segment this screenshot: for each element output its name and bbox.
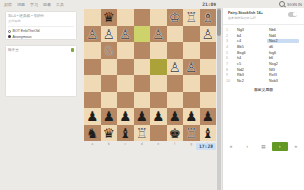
engine-header: Fairy-Stockfish 14+ 在本地浏览器中运行 xyxy=(228,11,286,20)
square-d8[interactable] xyxy=(134,9,151,26)
square-e6[interactable] xyxy=(150,42,167,59)
square-a8[interactable] xyxy=(84,9,101,26)
next-move-button[interactable]: › xyxy=(272,142,288,151)
game-meta-line2: 几分钟前 xyxy=(8,19,74,23)
engine-toggle[interactable] xyxy=(288,12,297,17)
square-f4[interactable] xyxy=(167,75,184,92)
white-pawn[interactable]: ♙ xyxy=(119,26,131,43)
file-label: b xyxy=(101,142,118,146)
divider xyxy=(223,24,304,25)
move-number: 3 xyxy=(226,39,235,43)
square-d2[interactable]: ♟ xyxy=(134,108,151,125)
square-e5[interactable] xyxy=(150,59,167,76)
chat-toggle[interactable] xyxy=(71,48,75,52)
square-c4[interactable] xyxy=(117,75,134,92)
white-move[interactable]: c4 xyxy=(235,39,267,43)
square-c3[interactable] xyxy=(117,92,134,109)
black-pawn[interactable]: ♟ xyxy=(202,108,214,125)
move-list: 1Ng3Nb62b4Nd43c4Nxc24Bb5d65Bxg6fxg66h4b6… xyxy=(226,27,302,84)
white-pawn[interactable]: ♙ xyxy=(103,26,115,43)
nav-item[interactable]: 工具 xyxy=(56,2,64,7)
black-move[interactable]: Nxb3 xyxy=(267,79,299,83)
move-row: 10Nc2Nxb3 xyxy=(226,78,302,84)
black-pawn[interactable]: ♟ xyxy=(169,108,181,125)
square-b6[interactable]: ♘ xyxy=(101,42,118,59)
black-pawn[interactable]: ♟ xyxy=(136,108,148,125)
square-a5[interactable] xyxy=(84,59,101,76)
white-move[interactable]: c5 xyxy=(235,62,267,66)
black-move[interactable]: b6 xyxy=(267,56,299,60)
black-bishop[interactable]: ♝ xyxy=(119,125,131,142)
black-move[interactable]: Nxg2 xyxy=(267,62,299,66)
nav-item[interactable]: 对弈 xyxy=(4,2,12,7)
white-king[interactable]: ♔ xyxy=(169,9,181,26)
black-move[interactable]: Nxc2 xyxy=(267,39,299,43)
top-nav: 对弈谜题学习观看工具 xyxy=(4,1,64,8)
white-pawn[interactable]: ♙ xyxy=(169,59,181,76)
square-e3[interactable] xyxy=(150,92,167,109)
square-f2[interactable]: ♟ xyxy=(167,108,184,125)
square-h3[interactable] xyxy=(200,92,217,109)
prev-move-button[interactable]: ‹ xyxy=(239,142,255,151)
square-g4[interactable] xyxy=(183,75,200,92)
square-g2[interactable]: ♟ xyxy=(183,108,200,125)
square-e8[interactable] xyxy=(150,9,167,26)
white-color-icon xyxy=(8,30,11,33)
white-move[interactable]: Nd2 xyxy=(235,68,267,72)
black-pawn[interactable]: ♟ xyxy=(119,108,131,125)
square-a1[interactable]: ♞ xyxy=(84,125,101,142)
move-number: 1 xyxy=(226,28,235,32)
square-d1[interactable]: ♖ xyxy=(134,125,151,142)
square-c5[interactable] xyxy=(117,59,134,76)
white-move[interactable]: Bb5 xyxy=(235,45,267,49)
square-g6[interactable] xyxy=(183,42,200,59)
game-info-card: 30+0 • 经典棋 • 非积分 几分钟前 BOT EnkiTheOld Ano… xyxy=(5,11,77,40)
search-icon[interactable] xyxy=(279,1,285,7)
square-f3[interactable] xyxy=(167,92,184,109)
square-h8[interactable]: ♗ xyxy=(200,9,217,26)
square-b8[interactable]: ♛ xyxy=(101,9,118,26)
replay-controls: «‹▤›» xyxy=(223,142,304,151)
player-black[interactable]: Anonymous xyxy=(8,34,74,40)
square-g7[interactable] xyxy=(183,26,200,43)
engine-toggle-knob xyxy=(293,12,297,16)
player-white-name[interactable]: BOT EnkiTheOld xyxy=(13,29,40,33)
white-rook[interactable]: ♖ xyxy=(136,125,148,142)
square-a4[interactable] xyxy=(84,75,101,92)
move-number: 5 xyxy=(226,51,235,55)
square-d6[interactable] xyxy=(134,42,151,59)
square-d5[interactable] xyxy=(134,59,151,76)
black-move[interactable]: Nf3 xyxy=(267,68,299,72)
black-pawn[interactable]: ♟ xyxy=(152,108,164,125)
white-move[interactable]: Rb3 xyxy=(235,73,267,77)
white-rook[interactable]: ♖ xyxy=(185,9,197,26)
move-row: 5Bxg6fxg6 xyxy=(226,50,302,56)
chat-title: 聊天室 xyxy=(8,48,19,52)
file-label: f xyxy=(167,142,184,146)
square-b4[interactable] xyxy=(101,75,118,92)
square-d7[interactable] xyxy=(134,26,151,43)
file-label: e xyxy=(150,142,167,146)
square-b1[interactable]: ♛ xyxy=(101,125,118,142)
black-queen[interactable]: ♛ xyxy=(103,9,115,26)
black-pawn[interactable]: ♟ xyxy=(86,108,98,125)
square-c6[interactable] xyxy=(117,42,134,59)
board-menu-button[interactable]: ▤ xyxy=(255,142,271,151)
white-move[interactable]: b4 xyxy=(235,34,267,38)
square-g5[interactable]: ♙ xyxy=(183,59,200,76)
black-move[interactable]: d6 xyxy=(267,45,299,49)
square-c2[interactable]: ♟ xyxy=(117,108,134,125)
file-label: c xyxy=(117,142,134,146)
black-move[interactable]: Rxf3 xyxy=(267,73,299,77)
white-pawn[interactable]: ♙ xyxy=(185,59,197,76)
square-b3[interactable] xyxy=(101,92,118,109)
white-pawn[interactable]: ♙ xyxy=(202,26,214,43)
last-move-button[interactable]: » xyxy=(288,142,304,151)
game-meta-line1: 30+0 • 经典棋 • 非积分 xyxy=(8,14,74,18)
white-bishop[interactable]: ♗ xyxy=(202,9,214,26)
nav-item[interactable]: 观看 xyxy=(43,2,51,7)
square-e2[interactable]: ♟ xyxy=(150,108,167,125)
white-move[interactable]: Nc2 xyxy=(235,79,267,83)
square-g8[interactable]: ♖ xyxy=(183,9,200,26)
square-h4[interactable] xyxy=(200,75,217,92)
move-row: 8Nd2Nf3 xyxy=(226,67,302,73)
move-number: 7 xyxy=(226,62,235,66)
square-e1[interactable] xyxy=(150,125,167,142)
chat-card: 聊天室 xyxy=(5,45,77,97)
engine-subtitle: 在本地浏览器中运行 xyxy=(228,16,286,20)
move-number: 4 xyxy=(226,45,235,49)
square-f8[interactable]: ♔ xyxy=(167,9,184,26)
white-pawn[interactable]: ♙ xyxy=(86,26,98,43)
black-move[interactable]: Nd4 xyxy=(267,34,299,38)
square-c8[interactable] xyxy=(117,9,134,26)
move-row: 1Ng3Nb6 xyxy=(226,27,302,33)
black-move[interactable]: Nb6 xyxy=(267,28,299,32)
square-h6[interactable] xyxy=(200,42,217,59)
square-d4[interactable] xyxy=(134,75,151,92)
square-h7[interactable]: ♙ xyxy=(200,26,217,43)
square-b5[interactable] xyxy=(101,59,118,76)
black-king[interactable]: ♚ xyxy=(169,125,181,142)
square-h2[interactable]: ♟ xyxy=(200,108,217,125)
black-pawn[interactable]: ♟ xyxy=(185,108,197,125)
nav-item[interactable]: 学习 xyxy=(30,2,38,7)
square-f6[interactable] xyxy=(167,42,184,59)
square-d3[interactable] xyxy=(134,92,151,109)
move-number: 10 xyxy=(226,79,235,83)
black-move[interactable]: fxg6 xyxy=(267,51,299,55)
square-f7[interactable] xyxy=(167,26,184,43)
player-black-name[interactable]: Anonymous xyxy=(13,35,32,39)
signin-button[interactable]: SIGN IN xyxy=(287,2,302,7)
player-list: BOT EnkiTheOld Anonymous xyxy=(8,26,74,40)
engine-name: Fairy-Stockfish 14+ xyxy=(228,11,286,15)
black-clock: 17:28 xyxy=(196,143,216,151)
square-e4[interactable] xyxy=(150,75,167,92)
white-pawn[interactable]: ♙ xyxy=(152,26,164,43)
move-row: 2b4Nd4 xyxy=(226,33,302,39)
square-a6[interactable] xyxy=(84,42,101,59)
game-status: 自定义局面 xyxy=(223,87,304,92)
square-c1[interactable]: ♝ xyxy=(117,125,134,142)
black-queen[interactable]: ♛ xyxy=(103,125,115,142)
square-a3[interactable] xyxy=(84,92,101,109)
square-a2[interactable]: ♟ xyxy=(84,108,101,125)
black-bishop[interactable]: ♝ xyxy=(202,125,214,142)
nav-item[interactable]: 谜题 xyxy=(17,2,25,7)
square-b2[interactable]: ♟ xyxy=(101,108,118,125)
file-label: d xyxy=(134,142,151,146)
white-move[interactable]: Ng3 xyxy=(235,28,267,32)
black-pawn[interactable]: ♟ xyxy=(103,108,115,125)
black-knight[interactable]: ♞ xyxy=(86,125,98,142)
square-f1[interactable]: ♚ xyxy=(167,125,184,142)
square-h1[interactable]: ♝ xyxy=(200,125,217,142)
square-c7[interactable]: ♙ xyxy=(117,26,134,43)
white-rook[interactable]: ♖ xyxy=(185,125,197,142)
move-row: 4Bb5d6 xyxy=(226,44,302,50)
first-move-button[interactable]: « xyxy=(223,142,239,151)
scrollbar-thumb[interactable] xyxy=(217,9,221,36)
move-number: 2 xyxy=(226,34,235,38)
black-color-icon xyxy=(8,35,11,38)
square-e7[interactable]: ♙ xyxy=(150,26,167,43)
white-knight[interactable]: ♘ xyxy=(103,42,115,59)
move-number: 8 xyxy=(226,68,235,72)
move-row: 7c5Nxg2 xyxy=(226,61,302,67)
chess-board[interactable]: ♛♔♖♗♙♙♙♙♙♘♙♙♟♟♟♟♟♟♟♟♞♛♝♖♚♖♝ xyxy=(84,9,216,141)
move-number: 6 xyxy=(226,56,235,60)
move-number: 9 xyxy=(226,73,235,77)
white-move[interactable]: Bxg6 xyxy=(235,51,267,55)
file-label: a xyxy=(84,142,101,146)
square-g3[interactable] xyxy=(183,92,200,109)
square-g1[interactable]: ♖ xyxy=(183,125,200,142)
white-move[interactable]: h4 xyxy=(235,56,267,60)
square-b7[interactable]: ♙ xyxy=(101,26,118,43)
square-h5[interactable] xyxy=(200,59,217,76)
white-clock: 21:09 xyxy=(186,2,216,7)
square-a7[interactable]: ♙ xyxy=(84,26,101,43)
signin-area[interactable]: SIGN IN xyxy=(279,1,302,7)
square-f5[interactable]: ♙ xyxy=(167,59,184,76)
